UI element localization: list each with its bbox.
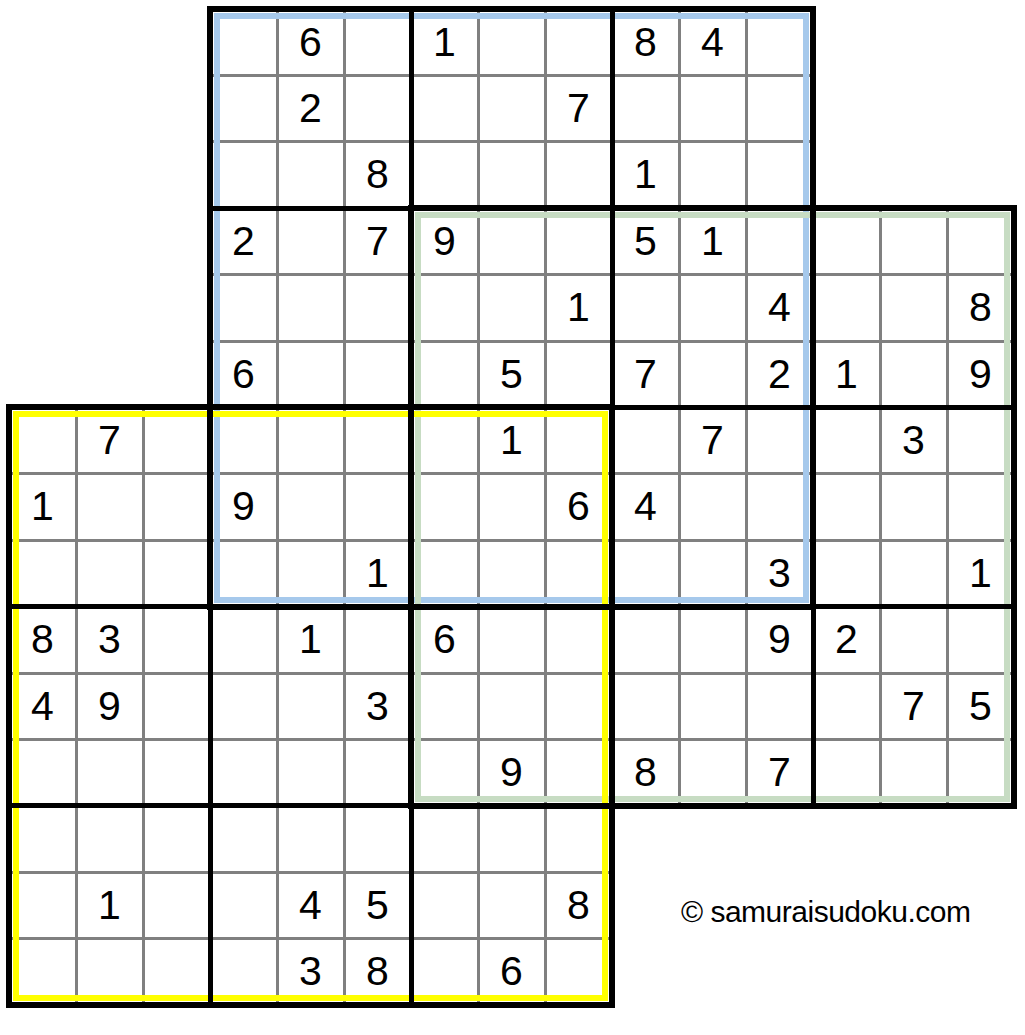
cell-r7c13[interactable]	[880, 474, 947, 540]
cell-r4c6[interactable]	[411, 275, 478, 341]
cell-r4c14[interactable]: 8	[947, 275, 1014, 341]
cell-r13c8[interactable]: 8	[545, 872, 612, 938]
cell-r6c6[interactable]	[411, 407, 478, 473]
cell-r7c10[interactable]	[679, 474, 746, 540]
cell-r11c14[interactable]	[947, 739, 1014, 805]
cell-r3c10[interactable]: 1	[679, 208, 746, 274]
cell-r9c9[interactable]	[612, 607, 679, 673]
cell-r10c3[interactable]	[210, 673, 277, 739]
cell-r4c3[interactable]	[210, 275, 277, 341]
cell-r11c11[interactable]: 7	[746, 739, 813, 805]
cell-r7c14[interactable]	[947, 474, 1014, 540]
cell-r11c5[interactable]	[344, 739, 411, 805]
cell-r5c13[interactable]	[880, 341, 947, 407]
cell-r5c4[interactable]	[277, 341, 344, 407]
cell-r2c3[interactable]	[210, 142, 277, 208]
cell-r11c7[interactable]: 9	[478, 739, 545, 805]
cell-r5c12[interactable]: 1	[813, 341, 880, 407]
cell-r11c1[interactable]	[76, 739, 143, 805]
cell-r4c8[interactable]: 1	[545, 275, 612, 341]
samurai-sudoku-board: 6184278127951148657219717319641318316924…	[0, 0, 1025, 1035]
cell-r14c6[interactable]	[411, 939, 478, 1005]
cell-r13c6[interactable]	[411, 872, 478, 938]
cell-r11c3[interactable]	[210, 739, 277, 805]
cell-r0c5[interactable]	[344, 9, 411, 75]
cell-r0c8[interactable]	[545, 9, 612, 75]
cell-r3c5[interactable]: 7	[344, 208, 411, 274]
cell-r6c12[interactable]	[813, 407, 880, 473]
cell-r3c11[interactable]	[746, 208, 813, 274]
cell-r6c1[interactable]: 7	[76, 407, 143, 473]
cell-r14c5[interactable]: 8	[344, 939, 411, 1005]
cell-r10c9[interactable]	[612, 673, 679, 739]
cell-r8c10[interactable]	[679, 540, 746, 606]
cell-r0c4[interactable]: 6	[277, 9, 344, 75]
cell-r9c3[interactable]	[210, 607, 277, 673]
cell-r2c8[interactable]	[545, 142, 612, 208]
cell-r8c11[interactable]: 3	[746, 540, 813, 606]
cell-r1c4[interactable]: 2	[277, 75, 344, 141]
cell-r13c4[interactable]: 4	[277, 872, 344, 938]
cell-r8c2[interactable]	[143, 540, 210, 606]
cell-r9c10[interactable]	[679, 607, 746, 673]
cell-r10c0[interactable]: 4	[9, 673, 76, 739]
cell-r8c4[interactable]	[277, 540, 344, 606]
cell-r11c12[interactable]	[813, 739, 880, 805]
cell-r10c10[interactable]	[679, 673, 746, 739]
cell-r8c14[interactable]: 1	[947, 540, 1014, 606]
cell-r4c7[interactable]	[478, 275, 545, 341]
cell-r1c7[interactable]	[478, 75, 545, 141]
cell-r0c11[interactable]	[746, 9, 813, 75]
cell-r10c8[interactable]	[545, 673, 612, 739]
cell-r8c9[interactable]	[612, 540, 679, 606]
cell-r4c4[interactable]	[277, 275, 344, 341]
cell-r13c3[interactable]	[210, 872, 277, 938]
cell-r3c14[interactable]	[947, 208, 1014, 274]
cell-r0c9[interactable]: 8	[612, 9, 679, 75]
cell-r4c10[interactable]	[679, 275, 746, 341]
cell-r6c9[interactable]	[612, 407, 679, 473]
cell-r1c5[interactable]	[344, 75, 411, 141]
cell-r10c11[interactable]	[746, 673, 813, 739]
cell-r9c0[interactable]: 8	[9, 607, 76, 673]
cell-r9c1[interactable]: 3	[76, 607, 143, 673]
cell-r8c8[interactable]	[545, 540, 612, 606]
cell-r11c8[interactable]	[545, 739, 612, 805]
cell-r0c7[interactable]	[478, 9, 545, 75]
cell-r7c7[interactable]	[478, 474, 545, 540]
cell-r10c14[interactable]: 5	[947, 673, 1014, 739]
cell-r11c2[interactable]	[143, 739, 210, 805]
cell-r1c10[interactable]	[679, 75, 746, 141]
cell-r3c4[interactable]	[277, 208, 344, 274]
cell-r8c12[interactable]	[813, 540, 880, 606]
cell-r14c1[interactable]	[76, 939, 143, 1005]
cell-r10c6[interactable]	[411, 673, 478, 739]
cell-r5c10[interactable]	[679, 341, 746, 407]
cell-r7c2[interactable]	[143, 474, 210, 540]
cell-r9c11[interactable]: 9	[746, 607, 813, 673]
cell-r12c1[interactable]	[76, 806, 143, 872]
cell-r14c4[interactable]: 3	[277, 939, 344, 1005]
cell-r8c1[interactable]	[76, 540, 143, 606]
cell-r3c8[interactable]	[545, 208, 612, 274]
cell-r9c4[interactable]: 1	[277, 607, 344, 673]
cell-r1c6[interactable]	[411, 75, 478, 141]
cell-r0c10[interactable]: 4	[679, 9, 746, 75]
cell-r8c7[interactable]	[478, 540, 545, 606]
cell-r14c2[interactable]	[143, 939, 210, 1005]
cell-r1c11[interactable]	[746, 75, 813, 141]
cell-r7c12[interactable]	[813, 474, 880, 540]
cell-r7c5[interactable]	[344, 474, 411, 540]
cell-r13c7[interactable]	[478, 872, 545, 938]
cell-r3c7[interactable]	[478, 208, 545, 274]
cell-r5c8[interactable]	[545, 341, 612, 407]
cell-r9c2[interactable]	[143, 607, 210, 673]
cell-r0c3[interactable]	[210, 9, 277, 75]
cell-r3c6[interactable]: 9	[411, 208, 478, 274]
cell-r3c9[interactable]: 5	[612, 208, 679, 274]
cell-r11c0[interactable]	[9, 739, 76, 805]
cell-r1c3[interactable]	[210, 75, 277, 141]
cell-r8c0[interactable]	[9, 540, 76, 606]
cell-r10c5[interactable]: 3	[344, 673, 411, 739]
cell-r12c8[interactable]	[545, 806, 612, 872]
cell-r2c10[interactable]	[679, 142, 746, 208]
cell-r9c7[interactable]	[478, 607, 545, 673]
cell-r7c9[interactable]: 4	[612, 474, 679, 540]
cell-r7c1[interactable]	[76, 474, 143, 540]
cell-r2c6[interactable]	[411, 142, 478, 208]
cell-r8c13[interactable]	[880, 540, 947, 606]
cell-r10c13[interactable]: 7	[880, 673, 947, 739]
cell-r7c6[interactable]	[411, 474, 478, 540]
cell-r5c6[interactable]	[411, 341, 478, 407]
cell-r10c4[interactable]	[277, 673, 344, 739]
cell-r9c5[interactable]	[344, 607, 411, 673]
cell-r12c7[interactable]	[478, 806, 545, 872]
cell-r14c0[interactable]	[9, 939, 76, 1005]
cell-r6c14[interactable]	[947, 407, 1014, 473]
cell-r10c1[interactable]: 9	[76, 673, 143, 739]
cell-r5c14[interactable]: 9	[947, 341, 1014, 407]
cell-r4c13[interactable]	[880, 275, 947, 341]
cell-r6c4[interactable]	[277, 407, 344, 473]
cell-r13c1[interactable]: 1	[76, 872, 143, 938]
cell-r6c5[interactable]	[344, 407, 411, 473]
cell-r6c13[interactable]: 3	[880, 407, 947, 473]
cell-r5c7[interactable]: 5	[478, 341, 545, 407]
cell-r2c7[interactable]	[478, 142, 545, 208]
cell-r11c4[interactable]	[277, 739, 344, 805]
cell-r10c12[interactable]	[813, 673, 880, 739]
cell-r12c6[interactable]	[411, 806, 478, 872]
cell-r4c12[interactable]	[813, 275, 880, 341]
cell-r8c5[interactable]: 1	[344, 540, 411, 606]
cell-r6c10[interactable]: 7	[679, 407, 746, 473]
cell-r8c3[interactable]	[210, 540, 277, 606]
cell-r7c3[interactable]: 9	[210, 474, 277, 540]
cell-r10c7[interactable]	[478, 673, 545, 739]
cell-r4c9[interactable]	[612, 275, 679, 341]
cell-r6c11[interactable]	[746, 407, 813, 473]
cell-r5c11[interactable]: 2	[746, 341, 813, 407]
cell-r2c11[interactable]	[746, 142, 813, 208]
cell-r4c11[interactable]: 4	[746, 275, 813, 341]
cell-r2c9[interactable]: 1	[612, 142, 679, 208]
cell-r7c0[interactable]: 1	[9, 474, 76, 540]
cell-r2c5[interactable]: 8	[344, 142, 411, 208]
cell-r13c2[interactable]	[143, 872, 210, 938]
cell-r3c12[interactable]	[813, 208, 880, 274]
cell-r14c8[interactable]	[545, 939, 612, 1005]
cell-r13c5[interactable]: 5	[344, 872, 411, 938]
cell-r12c5[interactable]	[344, 806, 411, 872]
cell-r7c11[interactable]	[746, 474, 813, 540]
cell-r12c4[interactable]	[277, 806, 344, 872]
cell-r1c8[interactable]: 7	[545, 75, 612, 141]
cell-r6c2[interactable]	[143, 407, 210, 473]
cell-r11c6[interactable]	[411, 739, 478, 805]
cell-r11c13[interactable]	[880, 739, 947, 805]
cell-r8c6[interactable]	[411, 540, 478, 606]
cell-r9c8[interactable]	[545, 607, 612, 673]
copyright-text: © samuraisudoku.com	[681, 895, 970, 929]
cell-r9c12[interactable]: 2	[813, 607, 880, 673]
cell-r2c4[interactable]	[277, 142, 344, 208]
cell-r7c4[interactable]	[277, 474, 344, 540]
cell-r14c7[interactable]: 6	[478, 939, 545, 1005]
cell-r9c13[interactable]	[880, 607, 947, 673]
cell-r4c5[interactable]	[344, 275, 411, 341]
cell-r5c5[interactable]	[344, 341, 411, 407]
cell-r12c2[interactable]	[143, 806, 210, 872]
cell-r3c3[interactable]: 2	[210, 208, 277, 274]
cell-r13c0[interactable]	[9, 872, 76, 938]
cell-r11c10[interactable]	[679, 739, 746, 805]
cell-r6c7[interactable]: 1	[478, 407, 545, 473]
cell-r9c6[interactable]: 6	[411, 607, 478, 673]
cell-r6c8[interactable]	[545, 407, 612, 473]
cell-r10c2[interactable]	[143, 673, 210, 739]
cell-r6c0[interactable]	[9, 407, 76, 473]
cell-r6c3[interactable]	[210, 407, 277, 473]
cell-r9c14[interactable]	[947, 607, 1014, 673]
cell-r12c3[interactable]	[210, 806, 277, 872]
cell-r11c9[interactable]: 8	[612, 739, 679, 805]
cell-r1c9[interactable]	[612, 75, 679, 141]
cell-r3c13[interactable]	[880, 208, 947, 274]
cell-r5c3[interactable]: 6	[210, 341, 277, 407]
cell-r12c0[interactable]	[9, 806, 76, 872]
cell-r0c6[interactable]: 1	[411, 9, 478, 75]
cell-r7c8[interactable]: 6	[545, 474, 612, 540]
cell-r14c3[interactable]	[210, 939, 277, 1005]
cell-r5c9[interactable]: 7	[612, 341, 679, 407]
